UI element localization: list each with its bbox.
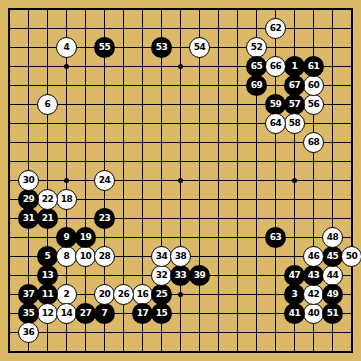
stone-45-black: 45: [322, 246, 343, 267]
stone-28-white: 28: [94, 246, 115, 267]
stone-54-white: 54: [189, 37, 210, 58]
stone-34-white: 34: [151, 246, 172, 267]
stone-60-white: 60: [303, 75, 324, 96]
stone-59-black: 59: [265, 94, 286, 115]
go-board[interactable]: 1234567891011121314151617181920212223242…: [0, 0, 361, 361]
stone-8-white: 8: [56, 246, 77, 267]
stone-47-black: 47: [284, 265, 305, 286]
stone-37-black: 37: [18, 284, 39, 305]
stone-43-black: 43: [303, 265, 324, 286]
stone-14-white: 14: [56, 303, 77, 324]
stone-21-black: 21: [37, 208, 58, 229]
stone-2-white: 2: [56, 284, 77, 305]
stone-66-white: 66: [265, 56, 286, 77]
stone-9-black: 9: [56, 227, 77, 248]
stone-22-white: 22: [37, 189, 58, 210]
stone-29-black: 29: [18, 189, 39, 210]
stone-64-white: 64: [265, 113, 286, 134]
stone-32-white: 32: [151, 265, 172, 286]
stone-61-black: 61: [303, 56, 324, 77]
stone-12-white: 12: [37, 303, 58, 324]
stone-24-white: 24: [94, 170, 115, 191]
stone-49-black: 49: [322, 284, 343, 305]
stone-39-black: 39: [189, 265, 210, 286]
stone-16-white: 16: [132, 284, 153, 305]
stone-50-white: 50: [341, 246, 361, 267]
stone-62-white: 62: [265, 18, 286, 39]
stone-1-black: 1: [284, 56, 305, 77]
stone-36-white: 36: [18, 322, 39, 343]
stone-23-black: 23: [94, 208, 115, 229]
stone-11-black: 11: [37, 284, 58, 305]
stone-55-black: 55: [94, 37, 115, 58]
stone-41-black: 41: [284, 303, 305, 324]
stone-25-black: 25: [151, 284, 172, 305]
stone-4-white: 4: [56, 37, 77, 58]
stone-20-white: 20: [94, 284, 115, 305]
stone-67-black: 67: [284, 75, 305, 96]
stone-31-black: 31: [18, 208, 39, 229]
stone-40-white: 40: [303, 303, 324, 324]
stone-27-black: 27: [75, 303, 96, 324]
stone-48-white: 48: [322, 227, 343, 248]
stone-17-black: 17: [132, 303, 153, 324]
stone-69-black: 69: [246, 75, 267, 96]
stone-53-black: 53: [151, 37, 172, 58]
stone-18-white: 18: [56, 189, 77, 210]
stone-42-white: 42: [303, 284, 324, 305]
stone-44-white: 44: [322, 265, 343, 286]
stone-19-black: 19: [75, 227, 96, 248]
stone-5-black: 5: [37, 246, 58, 267]
stone-46-white: 46: [303, 246, 324, 267]
stone-51-black: 51: [322, 303, 343, 324]
stone-52-white: 52: [246, 37, 267, 58]
stone-58-white: 58: [284, 113, 305, 134]
stone-56-white: 56: [303, 94, 324, 115]
stone-57-black: 57: [284, 94, 305, 115]
stone-3-black: 3: [284, 284, 305, 305]
stone-7-black: 7: [94, 303, 115, 324]
stone-38-white: 38: [170, 246, 191, 267]
stone-30-white: 30: [18, 170, 39, 191]
stone-63-black: 63: [265, 227, 286, 248]
stone-6-white: 6: [37, 94, 58, 115]
stone-26-white: 26: [113, 284, 134, 305]
stone-68-white: 68: [303, 132, 324, 153]
stone-35-black: 35: [18, 303, 39, 324]
stone-33-black: 33: [170, 265, 191, 286]
stone-13-black: 13: [37, 265, 58, 286]
stone-10-white: 10: [75, 246, 96, 267]
stones-layer: 1234567891011121314151617181920212223242…: [0, 0, 361, 361]
stone-65-black: 65: [246, 56, 267, 77]
stone-15-black: 15: [151, 303, 172, 324]
